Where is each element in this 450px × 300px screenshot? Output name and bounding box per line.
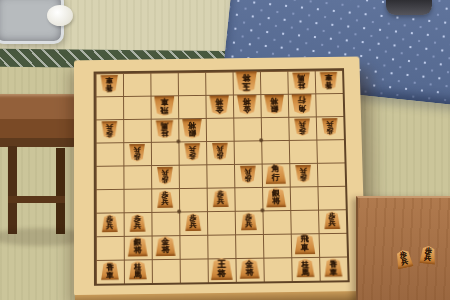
piece-kanji: 金将: [245, 261, 254, 277]
cell-4d[interactable]: [234, 140, 262, 164]
side-table-rail: [8, 196, 65, 203]
cell-7i[interactable]: [152, 259, 180, 283]
side-table-leg: [56, 148, 65, 234]
cell-9d[interactable]: [96, 142, 124, 166]
piece-kanji: 香車: [329, 260, 338, 275]
dark-object: [386, 0, 432, 15]
side-table-top: [0, 94, 76, 140]
side-table: [0, 94, 78, 236]
hoshi-dot: [176, 140, 180, 144]
cell-7a[interactable]: [150, 72, 178, 95]
piece-kanji: 歩兵: [216, 145, 224, 159]
hoshi-dot: [177, 210, 181, 214]
piece-kanji: 歩兵: [399, 251, 410, 267]
piece-kanji: 玉将: [242, 73, 252, 90]
captured-piece-P[interactable]: 歩兵: [394, 249, 413, 270]
piece-kanji: 歩兵: [161, 169, 169, 183]
teacup: [47, 5, 73, 26]
piece-5i-bK[interactable]: 王将: [211, 258, 233, 280]
komadai-piece-stand: 歩兵歩兵: [356, 196, 450, 300]
piece-kanji: 銀将: [133, 238, 142, 254]
piece-kanji: 歩兵: [423, 247, 432, 262]
piece-4a-wK[interactable]: 玉将: [235, 71, 257, 92]
piece-5d-wP[interactable]: 歩兵: [212, 143, 228, 161]
piece-5b-wG[interactable]: 金将: [209, 96, 229, 115]
piece-7c-wN[interactable]: 桂馬: [156, 120, 174, 139]
cell-7g[interactable]: [151, 212, 179, 236]
cell-8b[interactable]: [123, 96, 151, 119]
cell-3i[interactable]: [263, 257, 291, 281]
cell-8e[interactable]: [123, 165, 151, 189]
cell-9h[interactable]: [96, 236, 124, 260]
piece-kanji: 歩兵: [188, 145, 196, 159]
cell-6e[interactable]: [179, 164, 207, 188]
cell-6f[interactable]: [179, 188, 207, 212]
piece-6c-wS[interactable]: 銀将: [182, 119, 202, 139]
piece-kanji: 王将: [217, 260, 227, 277]
cell-1b[interactable]: [315, 93, 343, 116]
piece-kanji: 銀将: [271, 189, 280, 205]
scene: 香車玉将桂馬香車飛車金将金将銀将角行歩兵桂馬銀将歩兵歩兵歩兵歩兵歩兵歩兵歩兵角行…: [0, 0, 450, 300]
cell-6i[interactable]: [180, 258, 208, 282]
cell-5c[interactable]: [206, 118, 234, 142]
cell-3g[interactable]: [262, 210, 290, 234]
piece-kanji: 歩兵: [326, 120, 334, 134]
piece-kanji: 桂馬: [160, 122, 168, 137]
captured-piece-P[interactable]: 歩兵: [419, 245, 437, 265]
cell-5h[interactable]: [207, 234, 235, 258]
cell-8c[interactable]: [123, 119, 151, 143]
piece-kanji: 香車: [106, 263, 115, 278]
piece-kanji: 桂馬: [301, 260, 310, 275]
piece-kanji: 歩兵: [244, 168, 252, 182]
piece-kanji: 香車: [105, 76, 113, 91]
shogi-board: 香車玉将桂馬香車飛車金将金将銀将角行歩兵桂馬銀将歩兵歩兵歩兵歩兵歩兵歩兵歩兵角行…: [74, 57, 366, 297]
piece-kanji: 歩兵: [217, 191, 225, 205]
hoshi-dot: [259, 138, 263, 142]
cell-1e[interactable]: [317, 162, 345, 186]
piece-7b-wR[interactable]: 飛車: [154, 96, 175, 116]
piece-kanji: 歩兵: [245, 214, 253, 228]
piece-kanji: 金将: [161, 238, 170, 254]
cell-6a[interactable]: [178, 72, 206, 95]
cell-2g[interactable]: [290, 210, 318, 234]
piece-9c-wP[interactable]: 歩兵: [102, 121, 118, 139]
piece-kanji: 香車: [324, 73, 333, 88]
piece-kanji: 桂馬: [297, 74, 306, 89]
piece-7h-bG[interactable]: 金将: [156, 236, 176, 256]
cell-5e[interactable]: [206, 164, 234, 188]
piece-kanji: 歩兵: [299, 167, 307, 181]
cell-1h[interactable]: [319, 233, 347, 257]
side-table-leg: [8, 146, 17, 234]
hoshi-dot: [260, 208, 264, 212]
board-grid: 香車玉将桂馬香車飛車金将金将銀将角行歩兵桂馬銀将歩兵歩兵歩兵歩兵歩兵歩兵歩兵角行…: [94, 68, 350, 286]
piece-kanji: 歩兵: [189, 215, 197, 229]
piece-kanji: 角行: [271, 166, 280, 182]
cell-7d[interactable]: [151, 141, 179, 165]
piece-kanji: 歩兵: [105, 123, 113, 137]
cell-4f[interactable]: [234, 187, 262, 211]
piece-kanji: 金将: [215, 97, 224, 113]
piece-9g-bP[interactable]: 歩兵: [102, 214, 118, 232]
cell-8a[interactable]: [123, 73, 151, 96]
piece-6g-bP[interactable]: 歩兵: [185, 213, 201, 231]
cell-5g[interactable]: [207, 211, 235, 235]
piece-kanji: 歩兵: [298, 120, 306, 134]
cell-4c[interactable]: [233, 117, 261, 141]
piece-9i-bL[interactable]: 香車: [101, 261, 119, 280]
piece-9a-wL[interactable]: 香車: [100, 75, 118, 93]
cell-8f[interactable]: [123, 188, 151, 212]
piece-8h-bS[interactable]: 銀将: [128, 237, 148, 257]
piece-kanji: 歩兵: [134, 216, 142, 230]
piece-8d-wP[interactable]: 歩兵: [129, 144, 145, 162]
piece-kanji: 歩兵: [161, 192, 169, 206]
cell-9e[interactable]: [96, 165, 124, 189]
cell-2d[interactable]: [289, 140, 317, 164]
piece-4b-wG[interactable]: 金将: [237, 95, 257, 114]
piece-8g-bP[interactable]: 歩兵: [130, 214, 146, 232]
piece-7e-wP[interactable]: 歩兵: [157, 167, 173, 185]
cell-9b[interactable]: [96, 96, 124, 119]
piece-kanji: 銀将: [188, 121, 197, 137]
cell-3c[interactable]: [261, 117, 289, 141]
cell-1d[interactable]: [316, 139, 344, 163]
piece-6d-wP[interactable]: 歩兵: [184, 143, 200, 161]
piece-kanji: 歩兵: [106, 216, 114, 230]
piece-8i-bN[interactable]: 桂馬: [129, 261, 147, 280]
cell-3a[interactable]: [260, 71, 288, 94]
piece-7f-bP[interactable]: 歩兵: [157, 190, 173, 208]
piece-kanji: 金将: [242, 97, 251, 113]
cell-3d[interactable]: [261, 140, 289, 164]
piece-kanji: 歩兵: [328, 213, 336, 227]
piece-kanji: 銀将: [270, 97, 279, 113]
piece-kanji: 歩兵: [133, 146, 141, 160]
cell-4h[interactable]: [235, 234, 263, 258]
piece-kanji: 飛車: [160, 98, 169, 114]
cell-3h[interactable]: [263, 234, 291, 258]
cell-1f[interactable]: [317, 186, 345, 210]
piece-kanji: 桂馬: [134, 263, 143, 278]
cell-9f[interactable]: [96, 189, 124, 213]
piece-kanji: 飛車: [300, 236, 309, 252]
cell-6h[interactable]: [179, 235, 207, 259]
piece-kanji: 角行: [297, 96, 306, 112]
cell-2f[interactable]: [290, 186, 318, 210]
cell-6b[interactable]: [178, 95, 206, 118]
cell-5a[interactable]: [205, 72, 233, 95]
